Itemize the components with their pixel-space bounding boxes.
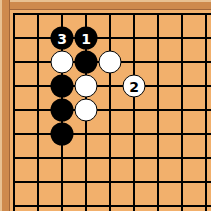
move-number-label: 3 [57, 31, 67, 45]
grid-horizontal-line [13, 37, 211, 39]
grid-horizontal-line [13, 133, 211, 135]
grid-horizontal-line [13, 181, 211, 183]
grid-horizontal-line [13, 157, 211, 159]
stone-white [99, 51, 122, 74]
stone-black [51, 75, 74, 98]
grid-horizontal-line [13, 13, 211, 15]
move-number-label: 2 [129, 79, 139, 93]
stone-black [51, 99, 74, 122]
go-board-diagram: 312 [0, 0, 211, 211]
stone-white [51, 51, 74, 74]
stone-white-move-2: 2 [123, 75, 146, 98]
stone-black [51, 123, 74, 146]
board-frame-left-edge [0, 0, 10, 211]
board-frame-top-edge [0, 0, 211, 10]
stone-white [75, 99, 98, 122]
go-board-grid: 312 [0, 0, 211, 211]
grid-horizontal-line [13, 205, 211, 207]
stone-white [75, 75, 98, 98]
grid-horizontal-line [13, 85, 211, 87]
stone-black [75, 51, 98, 74]
stone-black-move-3: 3 [51, 27, 74, 50]
grid-horizontal-line [13, 109, 211, 111]
stone-black-move-1: 1 [75, 27, 98, 50]
move-number-label: 1 [81, 31, 91, 45]
